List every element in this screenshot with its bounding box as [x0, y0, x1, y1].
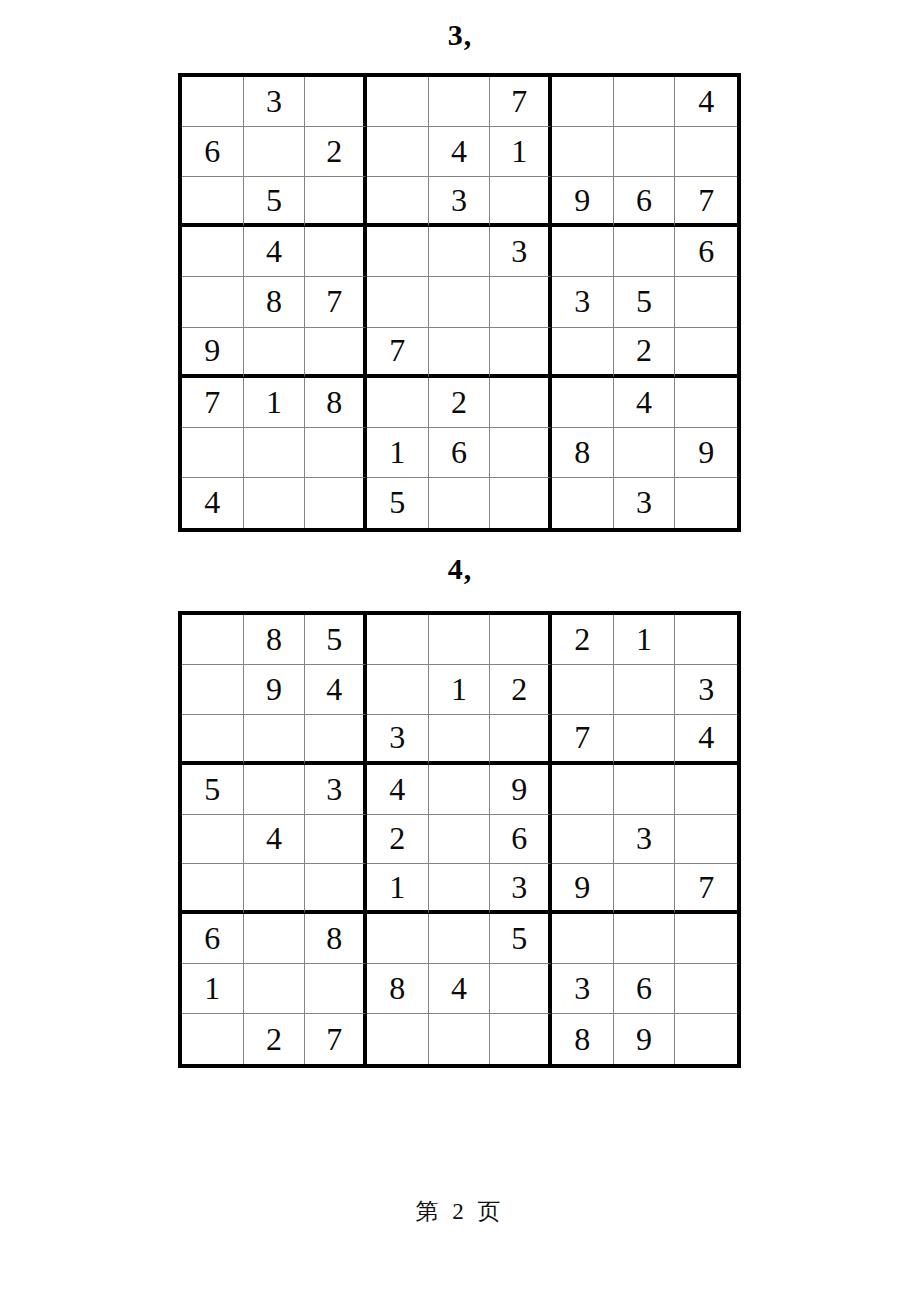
- sudoku-cell-r9c2[interactable]: [244, 478, 306, 528]
- sudoku-cell-r1c9[interactable]: 4: [675, 77, 737, 127]
- sudoku-cell-r6c1[interactable]: [182, 864, 244, 914]
- sudoku-cell-r5c4[interactable]: 2: [367, 815, 429, 865]
- sudoku-cell-r4c3[interactable]: 3: [305, 765, 367, 815]
- sudoku-cell-r9c4[interactable]: 5: [367, 478, 429, 528]
- sudoku-cell-r4c9[interactable]: 6: [675, 227, 737, 277]
- sudoku-cell-r7c9[interactable]: [675, 378, 737, 428]
- sudoku-cell-r5c8[interactable]: 5: [614, 277, 676, 327]
- sudoku-cell-r3c8[interactable]: [614, 715, 676, 765]
- sudoku-cell-r4c2[interactable]: 4: [244, 227, 306, 277]
- sudoku-cell-r1c5[interactable]: [429, 615, 491, 665]
- sudoku-cell-r5c2[interactable]: 8: [244, 277, 306, 327]
- sudoku-cell-r1c2[interactable]: 3: [244, 77, 306, 127]
- sudoku-cell-r1c6[interactable]: [490, 615, 552, 665]
- sudoku-cell-r6c9[interactable]: 7: [675, 864, 737, 914]
- sudoku-cell-r7c8[interactable]: 4: [614, 378, 676, 428]
- sudoku-cell-r8c4[interactable]: 8: [367, 964, 429, 1014]
- sudoku-cell-r5c2[interactable]: 4: [244, 815, 306, 865]
- sudoku-cell-r1c5[interactable]: [429, 77, 491, 127]
- sudoku-cell-r7c6[interactable]: [490, 378, 552, 428]
- sudoku-cell-r5c7[interactable]: [552, 815, 614, 865]
- sudoku-cell-r1c1[interactable]: [182, 77, 244, 127]
- sudoku-cell-r4c3[interactable]: [305, 227, 367, 277]
- sudoku-cell-r2c9[interactable]: 3: [675, 665, 737, 715]
- sudoku-cell-r6c3[interactable]: [305, 864, 367, 914]
- puzzle-4-title: 4,: [0, 552, 920, 586]
- sudoku-cell-r7c1[interactable]: 7: [182, 378, 244, 428]
- sudoku-cell-r9c2[interactable]: 2: [244, 1014, 306, 1064]
- sudoku-cell-r3c4[interactable]: 3: [367, 715, 429, 765]
- sudoku-cell-r2c9[interactable]: [675, 127, 737, 177]
- sudoku-cell-r4c4[interactable]: [367, 227, 429, 277]
- sudoku-cell-r2c1[interactable]: [182, 665, 244, 715]
- sudoku-cell-r3c9[interactable]: 7: [675, 177, 737, 227]
- sudoku-cell-r3c6[interactable]: [490, 177, 552, 227]
- sudoku-cell-r7c5[interactable]: 2: [429, 378, 491, 428]
- sudoku-cell-r8c9[interactable]: [675, 964, 737, 1014]
- sudoku-cell-r8c4[interactable]: 1: [367, 428, 429, 478]
- sudoku-cell-r2c5[interactable]: 1: [429, 665, 491, 715]
- sudoku-cell-r2c3[interactable]: 4: [305, 665, 367, 715]
- sudoku-cell-r7c3[interactable]: 8: [305, 378, 367, 428]
- sudoku-cell-r9c5[interactable]: [429, 1014, 491, 1064]
- sudoku-cell-r2c6[interactable]: 2: [490, 665, 552, 715]
- sudoku-cell-r2c7[interactable]: [552, 127, 614, 177]
- sudoku-cell-r6c5[interactable]: [429, 328, 491, 378]
- sudoku-cell-r5c1[interactable]: [182, 815, 244, 865]
- sudoku-cell-r8c5[interactable]: 6: [429, 428, 491, 478]
- sudoku-cell-r7c1[interactable]: 6: [182, 914, 244, 964]
- sudoku-cell-r5c8[interactable]: 3: [614, 815, 676, 865]
- sudoku-cell-r6c4[interactable]: 7: [367, 328, 429, 378]
- sudoku-cell-r2c3[interactable]: 2: [305, 127, 367, 177]
- sudoku-cell-r6c1[interactable]: 9: [182, 328, 244, 378]
- sudoku-cell-r3c6[interactable]: [490, 715, 552, 765]
- sudoku-cell-r5c5[interactable]: [429, 277, 491, 327]
- sudoku-cell-r3c4[interactable]: [367, 177, 429, 227]
- sudoku-cell-r8c8[interactable]: [614, 428, 676, 478]
- sudoku-cell-r8c9[interactable]: 9: [675, 428, 737, 478]
- sudoku-cell-r9c3[interactable]: [305, 478, 367, 528]
- sudoku-cell-r4c9[interactable]: [675, 765, 737, 815]
- sudoku-cell-r9c8[interactable]: 9: [614, 1014, 676, 1064]
- sudoku-cell-r7c7[interactable]: [552, 378, 614, 428]
- sudoku-board-4: 852194123374534942631397685184362789: [178, 611, 741, 1068]
- sudoku-cell-r5c6[interactable]: [490, 277, 552, 327]
- sudoku-cell-r8c7[interactable]: 8: [552, 428, 614, 478]
- sudoku-cell-r1c7[interactable]: [552, 77, 614, 127]
- sudoku-cell-r1c6[interactable]: 7: [490, 77, 552, 127]
- sudoku-cell-r7c4[interactable]: [367, 914, 429, 964]
- sudoku-cell-r1c2[interactable]: 8: [244, 615, 306, 665]
- sudoku-cell-r9c5[interactable]: [429, 478, 491, 528]
- sudoku-cell-r4c7[interactable]: [552, 765, 614, 815]
- sudoku-cell-r2c8[interactable]: [614, 665, 676, 715]
- sudoku-cell-r8c3[interactable]: [305, 964, 367, 1014]
- sudoku-cell-r9c1[interactable]: 4: [182, 478, 244, 528]
- sudoku-cell-r8c2[interactable]: [244, 964, 306, 1014]
- sudoku-cell-r2c6[interactable]: 1: [490, 127, 552, 177]
- sudoku-cell-r1c4[interactable]: [367, 77, 429, 127]
- sudoku-cell-r6c3[interactable]: [305, 328, 367, 378]
- page-number-footer: 第 2 页: [0, 1196, 920, 1227]
- sudoku-cell-r4c5[interactable]: [429, 765, 491, 815]
- sudoku-cell-r7c2[interactable]: [244, 914, 306, 964]
- sudoku-cell-r5c3[interactable]: [305, 815, 367, 865]
- sudoku-cell-r6c2[interactable]: [244, 864, 306, 914]
- sudoku-cell-r2c4[interactable]: [367, 127, 429, 177]
- sudoku-cell-r9c3[interactable]: 7: [305, 1014, 367, 1064]
- sudoku-cell-r1c3[interactable]: [305, 77, 367, 127]
- sudoku-board-3: 3746241539674368735972718241689453: [178, 73, 741, 532]
- sudoku-cell-r6c8[interactable]: [614, 864, 676, 914]
- sudoku-cell-r5c3[interactable]: 7: [305, 277, 367, 327]
- sudoku-cell-r2c5[interactable]: 4: [429, 127, 491, 177]
- sudoku-cell-r6c2[interactable]: [244, 328, 306, 378]
- sudoku-cell-r5c4[interactable]: [367, 277, 429, 327]
- sudoku-cell-r8c1[interactable]: 1: [182, 964, 244, 1014]
- sudoku-cell-r3c1[interactable]: [182, 715, 244, 765]
- sudoku-cell-r8c3[interactable]: [305, 428, 367, 478]
- sudoku-cell-r3c7[interactable]: 7: [552, 715, 614, 765]
- sudoku-cell-r3c1[interactable]: [182, 177, 244, 227]
- sudoku-cell-r3c2[interactable]: 5: [244, 177, 306, 227]
- sudoku-cell-r9c8[interactable]: 3: [614, 478, 676, 528]
- sudoku-cell-r1c8[interactable]: [614, 77, 676, 127]
- sudoku-cell-r3c5[interactable]: [429, 715, 491, 765]
- sudoku-cell-r9c7[interactable]: [552, 478, 614, 528]
- sudoku-cell-r6c6[interactable]: 3: [490, 864, 552, 914]
- sudoku-cell-r3c2[interactable]: [244, 715, 306, 765]
- sudoku-cell-r8c6[interactable]: [490, 428, 552, 478]
- sudoku-cell-r5c7[interactable]: 3: [552, 277, 614, 327]
- sudoku-cell-r1c9[interactable]: [675, 615, 737, 665]
- sudoku-cell-r4c2[interactable]: [244, 765, 306, 815]
- sudoku-cell-r4c1[interactable]: [182, 227, 244, 277]
- puzzle-3-title: 3,: [0, 18, 920, 52]
- sudoku-cell-r3c7[interactable]: 9: [552, 177, 614, 227]
- sudoku-cell-r9c1[interactable]: [182, 1014, 244, 1064]
- sudoku-cell-r3c5[interactable]: 3: [429, 177, 491, 227]
- sudoku-cell-r1c1[interactable]: [182, 615, 244, 665]
- sudoku-cell-r6c7[interactable]: 9: [552, 864, 614, 914]
- sudoku-cell-r2c1[interactable]: 6: [182, 127, 244, 177]
- sudoku-cell-r7c5[interactable]: [429, 914, 491, 964]
- sudoku-cell-r9c9[interactable]: [675, 478, 737, 528]
- sudoku-cell-r8c1[interactable]: [182, 428, 244, 478]
- sudoku-cell-r7c9[interactable]: [675, 914, 737, 964]
- sudoku-cell-r3c3[interactable]: [305, 715, 367, 765]
- sudoku-cell-r2c2[interactable]: [244, 127, 306, 177]
- sudoku-cell-r8c7[interactable]: 3: [552, 964, 614, 1014]
- sudoku-cell-r9c4[interactable]: [367, 1014, 429, 1064]
- sudoku-cell-r5c6[interactable]: 6: [490, 815, 552, 865]
- sudoku-cell-r8c8[interactable]: 6: [614, 964, 676, 1014]
- sudoku-cell-r7c2[interactable]: 1: [244, 378, 306, 428]
- sudoku-cell-r2c7[interactable]: [552, 665, 614, 715]
- sudoku-cell-r9c6[interactable]: [490, 478, 552, 528]
- sudoku-cell-r1c4[interactable]: [367, 615, 429, 665]
- sudoku-cell-r1c8[interactable]: 1: [614, 615, 676, 665]
- sudoku-cell-r5c1[interactable]: [182, 277, 244, 327]
- sudoku-cell-r6c6[interactable]: [490, 328, 552, 378]
- sudoku-cell-r6c8[interactable]: 2: [614, 328, 676, 378]
- sudoku-cell-r3c8[interactable]: 6: [614, 177, 676, 227]
- sudoku-cell-r2c8[interactable]: [614, 127, 676, 177]
- sudoku-cell-r9c6[interactable]: [490, 1014, 552, 1064]
- sudoku-cell-r4c6[interactable]: 3: [490, 227, 552, 277]
- sudoku-cell-r6c5[interactable]: [429, 864, 491, 914]
- sudoku-cell-r6c7[interactable]: [552, 328, 614, 378]
- sudoku-cell-r9c9[interactable]: [675, 1014, 737, 1064]
- sudoku-cell-r2c4[interactable]: [367, 665, 429, 715]
- sudoku-cell-r3c3[interactable]: [305, 177, 367, 227]
- sudoku-cell-r5c9[interactable]: [675, 815, 737, 865]
- sudoku-cell-r4c8[interactable]: [614, 227, 676, 277]
- sudoku-cell-r2c2[interactable]: 9: [244, 665, 306, 715]
- sudoku-cell-r1c3[interactable]: 5: [305, 615, 367, 665]
- sudoku-cell-r4c4[interactable]: 4: [367, 765, 429, 815]
- sudoku-cell-r9c7[interactable]: 8: [552, 1014, 614, 1064]
- sudoku-cell-r7c3[interactable]: 8: [305, 914, 367, 964]
- sudoku-cell-r5c5[interactable]: [429, 815, 491, 865]
- sudoku-cell-r4c7[interactable]: [552, 227, 614, 277]
- sudoku-cell-r7c4[interactable]: [367, 378, 429, 428]
- sudoku-cell-r3c9[interactable]: 4: [675, 715, 737, 765]
- sudoku-cell-r4c8[interactable]: [614, 765, 676, 815]
- sudoku-cell-r7c8[interactable]: [614, 914, 676, 964]
- sudoku-cell-r8c6[interactable]: [490, 964, 552, 1014]
- sudoku-cell-r1c7[interactable]: 2: [552, 615, 614, 665]
- sudoku-cell-r8c5[interactable]: 4: [429, 964, 491, 1014]
- sudoku-cell-r4c1[interactable]: 5: [182, 765, 244, 815]
- sudoku-cell-r6c9[interactable]: [675, 328, 737, 378]
- sudoku-cell-r5c9[interactable]: [675, 277, 737, 327]
- sudoku-cell-r7c7[interactable]: [552, 914, 614, 964]
- sudoku-cell-r7c6[interactable]: 5: [490, 914, 552, 964]
- sudoku-cell-r4c5[interactable]: [429, 227, 491, 277]
- sudoku-cell-r4c6[interactable]: 9: [490, 765, 552, 815]
- sudoku-cell-r8c2[interactable]: [244, 428, 306, 478]
- sudoku-cell-r6c4[interactable]: 1: [367, 864, 429, 914]
